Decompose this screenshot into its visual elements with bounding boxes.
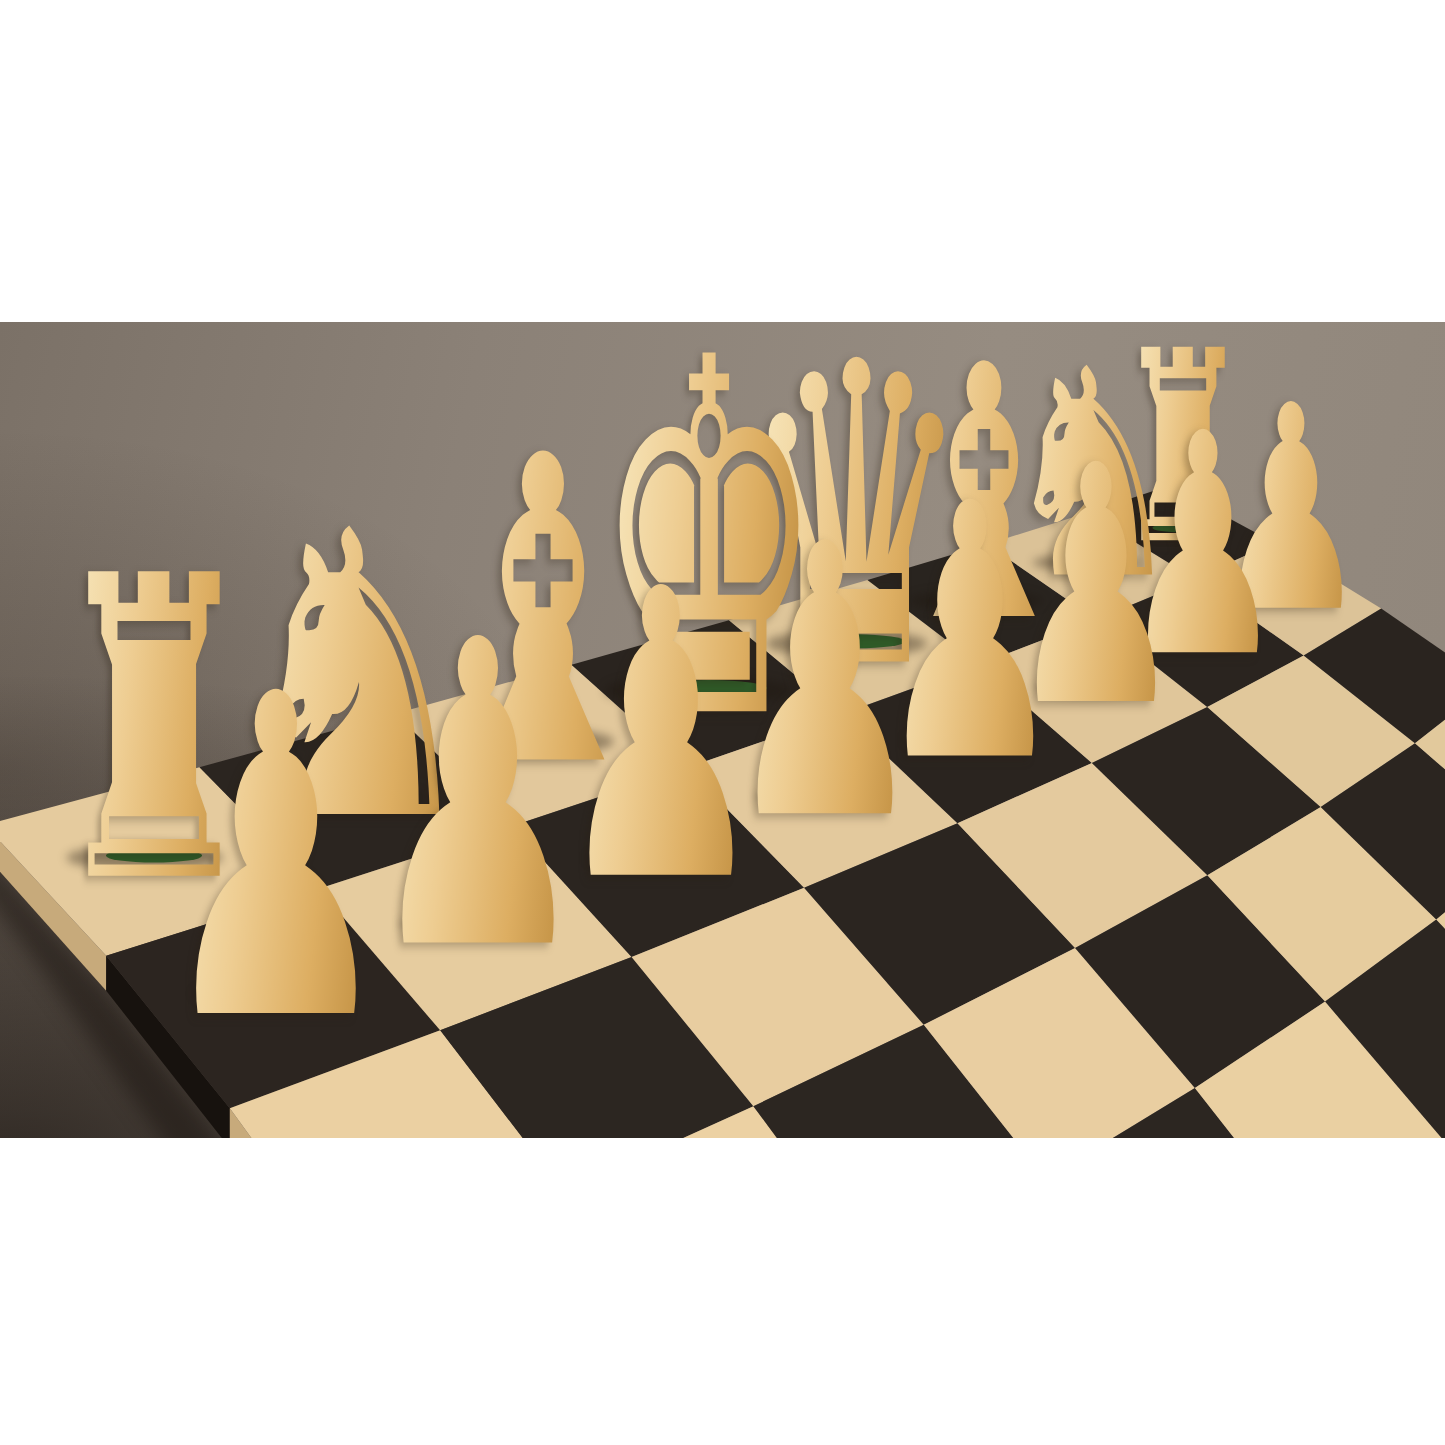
pawn-glyph: ♟ (156, 637, 395, 1081)
white-backdrop-top (0, 0, 1445, 322)
white-backdrop-bottom (0, 1138, 1445, 1445)
product-photo-stage: ♟♟♟♟♟♟♟♟♜♞♝♛♚♝♞♜ (0, 0, 1445, 1445)
chess-set-photo: ♟♟♟♟♟♟♟♟♜♞♝♛♚♝♞♜ (0, 322, 1445, 1138)
pawn-glyph: ♟ (365, 586, 591, 1007)
